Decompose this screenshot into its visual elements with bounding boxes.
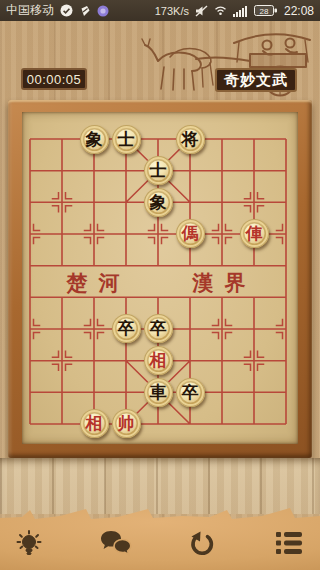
- wood-planks: [0, 458, 320, 514]
- app-badge: 奇妙文武: [215, 68, 297, 92]
- piece-black-soldier[interactable]: 卒: [112, 314, 141, 343]
- river-label-right: 漢界: [182, 269, 257, 297]
- piece-red-general[interactable]: 帅: [112, 409, 141, 438]
- app-icon: [79, 5, 91, 17]
- wifi-icon: [214, 5, 227, 16]
- piece-red-chariot[interactable]: 俥: [240, 219, 269, 248]
- river-label-left: 楚河: [56, 269, 131, 297]
- piece-black-general[interactable]: 将: [176, 125, 205, 154]
- piece-black-advisor[interactable]: 士: [144, 156, 173, 185]
- network-speed: 173K/s: [155, 5, 189, 17]
- lightbulb-icon: [14, 529, 44, 561]
- check-circle-icon: [60, 4, 73, 17]
- chat-button[interactable]: [99, 530, 133, 560]
- mute-icon: [195, 5, 208, 17]
- piece-black-soldier[interactable]: 卒: [176, 378, 205, 407]
- piece-red-horse[interactable]: 傌: [176, 219, 205, 248]
- purple-dot-icon: [97, 5, 109, 17]
- board-paper[interactable]: 楚河 漢界 象士将士象傌俥卒卒相車卒相帅: [22, 112, 298, 444]
- piece-red-elephant[interactable]: 相: [144, 346, 173, 375]
- battery-icon: 28: [254, 4, 278, 17]
- status-bar: 中国移动 173K/s 28 22:08: [0, 0, 320, 21]
- undo-icon: [188, 530, 216, 561]
- board-frame: 楚河 漢界 象士将士象傌俥卒卒相車卒相帅: [8, 100, 312, 458]
- battery-level: 28: [260, 7, 269, 16]
- piece-black-elephant[interactable]: 象: [144, 188, 173, 217]
- toolbar: [0, 506, 320, 570]
- timer-box: 00:00:05: [21, 68, 87, 90]
- clock: 22:08: [284, 4, 314, 18]
- carrier-label: 中国移动: [6, 2, 54, 19]
- piece-black-soldier[interactable]: 卒: [144, 314, 173, 343]
- hint-button[interactable]: [12, 530, 46, 560]
- timer-value: 00:00:05: [27, 72, 82, 87]
- piece-red-elephant[interactable]: 相: [80, 409, 109, 438]
- list-icon: [275, 530, 303, 560]
- undo-button[interactable]: [185, 530, 219, 560]
- app-badge-label: 奇妙文武: [224, 71, 288, 90]
- signal-icon: [233, 5, 248, 17]
- piece-black-advisor[interactable]: 士: [112, 125, 141, 154]
- menu-button[interactable]: [272, 530, 306, 560]
- piece-black-elephant[interactable]: 象: [80, 125, 109, 154]
- chat-bubbles-icon: [100, 530, 132, 561]
- piece-black-chariot[interactable]: 車: [144, 378, 173, 407]
